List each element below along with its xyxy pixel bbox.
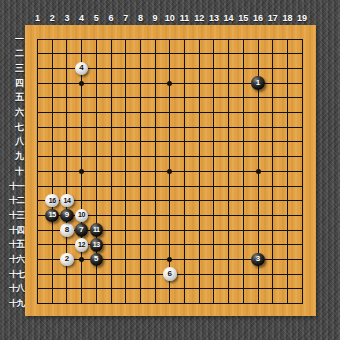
stone-move-16-white: 16: [45, 194, 59, 208]
column-label-4: 4: [79, 13, 84, 23]
stone-number: 11: [93, 226, 100, 234]
column-label-16: 16: [253, 13, 263, 23]
stone-move-14-white: 14: [60, 194, 74, 208]
star-point-10-10: [167, 169, 172, 174]
star-point-4-4: [79, 81, 84, 86]
stone-number: 16: [49, 197, 56, 205]
stone-move-6-white: 6: [163, 267, 177, 281]
grid-hline-18: [37, 288, 303, 289]
column-label-9: 9: [153, 13, 158, 23]
column-label-13: 13: [209, 13, 219, 23]
row-label-5: 五: [0, 92, 24, 103]
stone-move-2-white: 2: [60, 253, 74, 267]
stone-move-12-white: 12: [75, 238, 89, 252]
grid-vline-17: [272, 39, 273, 305]
stone-number: 8: [65, 226, 69, 234]
row-label-15: 十五: [0, 239, 24, 250]
stone-move-5-black: 5: [90, 253, 104, 267]
stone-move-9-black: 9: [60, 209, 74, 223]
column-label-5: 5: [94, 13, 99, 23]
row-label-12: 十二: [0, 195, 24, 206]
stone-move-4-white: 4: [75, 62, 89, 76]
stone-number: 6: [168, 270, 172, 278]
grid-vline-14: [228, 39, 229, 305]
stone-number: 4: [79, 64, 83, 72]
stone-number: 1: [256, 79, 260, 87]
row-label-3: 三: [0, 63, 24, 74]
column-label-18: 18: [282, 13, 292, 23]
column-label-19: 19: [297, 13, 307, 23]
star-point-10-4: [167, 81, 172, 86]
star-point-10-16: [167, 257, 172, 262]
column-label-7: 7: [123, 13, 128, 23]
go-board-diagram: 12345678910111213141516171819 一二三四五六七八九十…: [0, 0, 340, 340]
grid-vline-13: [213, 39, 214, 305]
row-label-11: 十一: [0, 181, 24, 192]
grid-vline-15: [243, 39, 244, 305]
row-label-18: 十八: [0, 283, 24, 294]
stone-move-15-black: 15: [45, 209, 59, 223]
stone-number: 5: [94, 255, 98, 263]
grid-hline-19: [37, 303, 303, 304]
grid-vline-19: [302, 39, 303, 305]
stone-number: 10: [78, 211, 85, 219]
stone-move-8-white: 8: [60, 223, 74, 237]
stone-move-13-black: 13: [90, 238, 104, 252]
row-label-14: 十四: [0, 225, 24, 236]
stone-move-7-black: 7: [75, 223, 89, 237]
column-label-8: 8: [138, 13, 143, 23]
stone-move-10-white: 10: [75, 209, 89, 223]
column-label-3: 3: [64, 13, 69, 23]
column-label-2: 2: [50, 13, 55, 23]
column-label-11: 11: [180, 13, 190, 23]
stone-number: 2: [65, 255, 69, 263]
grid-hline-12: [37, 200, 303, 201]
grid-hline-11: [37, 186, 303, 187]
stone-number: 7: [79, 226, 83, 234]
grid-vline-11: [184, 39, 185, 305]
column-label-14: 14: [224, 13, 234, 23]
column-label-1: 1: [35, 13, 40, 23]
row-label-17: 十七: [0, 269, 24, 280]
row-label-16: 十六: [0, 254, 24, 265]
row-label-10: 十: [0, 166, 24, 177]
stone-number: 15: [49, 211, 56, 219]
column-label-6: 6: [108, 13, 113, 23]
row-label-8: 八: [0, 136, 24, 147]
row-label-9: 九: [0, 151, 24, 162]
stone-number: 12: [78, 241, 85, 249]
row-label-19: 十九: [0, 298, 24, 309]
go-board[interactable]: 12345678910111213141516: [25, 25, 316, 316]
star-point-4-16: [79, 257, 84, 262]
row-label-6: 六: [0, 107, 24, 118]
row-label-1: 一: [0, 34, 24, 45]
column-label-10: 10: [165, 13, 175, 23]
stone-move-3-black: 3: [251, 253, 265, 267]
stone-move-1-black: 1: [251, 76, 265, 90]
row-label-13: 十三: [0, 210, 24, 221]
column-label-15: 15: [238, 13, 248, 23]
column-label-12: 12: [194, 13, 204, 23]
row-label-2: 二: [0, 48, 24, 59]
stone-move-11-black: 11: [90, 223, 104, 237]
row-label-7: 七: [0, 122, 24, 133]
grid-vline-18: [287, 39, 288, 305]
column-label-17: 17: [268, 13, 278, 23]
star-point-16-10: [256, 169, 261, 174]
star-point-4-10: [79, 169, 84, 174]
stone-number: 13: [93, 241, 100, 249]
stone-number: 3: [256, 255, 260, 263]
grid-vline-12: [199, 39, 200, 305]
stone-number: 14: [63, 197, 70, 205]
stone-number: 9: [65, 211, 69, 219]
row-label-4: 四: [0, 78, 24, 89]
